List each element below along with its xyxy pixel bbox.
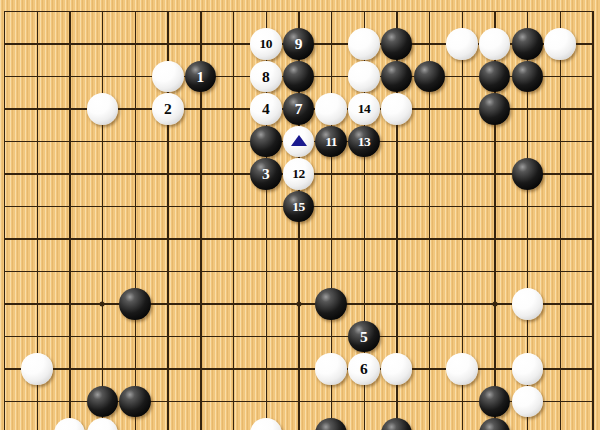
go-board-diagram: 109182471411133121556 <box>0 0 600 430</box>
stone-black <box>250 125 283 158</box>
stone-white <box>511 288 544 321</box>
stone-black <box>86 385 119 418</box>
stone-black-13: 13 <box>348 125 381 158</box>
go-board[interactable]: 109182471411133121556 <box>0 0 600 430</box>
stone-black-3: 3 <box>250 158 283 191</box>
move-number: 4 <box>262 101 270 117</box>
move-number: 13 <box>358 135 371 149</box>
stone-black <box>478 385 511 418</box>
stone-black <box>511 158 544 191</box>
stone-white <box>544 28 577 61</box>
stone-black <box>511 28 544 61</box>
triangle-marker-icon <box>291 135 307 146</box>
move-number: 15 <box>292 200 305 214</box>
stone-white <box>250 418 283 430</box>
stone-black <box>282 60 315 93</box>
stone-white <box>380 353 413 386</box>
stone-black-15: 15 <box>282 190 315 223</box>
move-number: 6 <box>360 361 368 377</box>
stone-white-8: 8 <box>250 60 283 93</box>
stone-black <box>380 60 413 93</box>
stone-black <box>315 288 348 321</box>
move-number: 8 <box>262 69 270 85</box>
stone-white <box>282 125 315 158</box>
stone-white <box>315 93 348 126</box>
stone-black <box>478 60 511 93</box>
stone-black <box>478 93 511 126</box>
stone-white <box>348 28 381 61</box>
stone-white-14: 14 <box>348 93 381 126</box>
stone-white-6: 6 <box>348 353 381 386</box>
stone-white-4: 4 <box>250 93 283 126</box>
stone-black <box>380 28 413 61</box>
move-number: 11 <box>325 135 337 149</box>
stone-white <box>511 385 544 418</box>
move-number: 1 <box>197 69 205 85</box>
stone-white-2: 2 <box>151 93 184 126</box>
move-number: 10 <box>260 37 273 51</box>
stone-black <box>478 418 511 430</box>
stone-white <box>446 28 479 61</box>
stone-white <box>151 60 184 93</box>
stone-white <box>86 93 119 126</box>
stone-white <box>446 353 479 386</box>
stone-black <box>511 60 544 93</box>
stone-black-1: 1 <box>184 60 217 93</box>
stone-white <box>86 418 119 430</box>
stone-black-7: 7 <box>282 93 315 126</box>
stone-white <box>511 353 544 386</box>
move-number: 9 <box>295 36 303 52</box>
stone-white <box>21 353 54 386</box>
stone-white <box>315 353 348 386</box>
move-number: 2 <box>164 101 172 117</box>
stone-black <box>119 288 152 321</box>
move-number: 3 <box>262 166 270 182</box>
stone-black <box>380 418 413 430</box>
stone-white-10: 10 <box>250 28 283 61</box>
move-number: 5 <box>360 329 368 345</box>
move-number: 12 <box>292 167 305 181</box>
stone-white <box>380 93 413 126</box>
move-number: 7 <box>295 101 303 117</box>
stone-white-12: 12 <box>282 158 315 191</box>
stone-black <box>119 385 152 418</box>
stone-white <box>478 28 511 61</box>
stone-black <box>413 60 446 93</box>
stone-white <box>348 60 381 93</box>
move-number: 14 <box>358 102 371 116</box>
stone-white <box>53 418 86 430</box>
stone-black-9: 9 <box>282 28 315 61</box>
stone-black-11: 11 <box>315 125 348 158</box>
stone-black-5: 5 <box>348 320 381 353</box>
stone-black <box>315 418 348 430</box>
